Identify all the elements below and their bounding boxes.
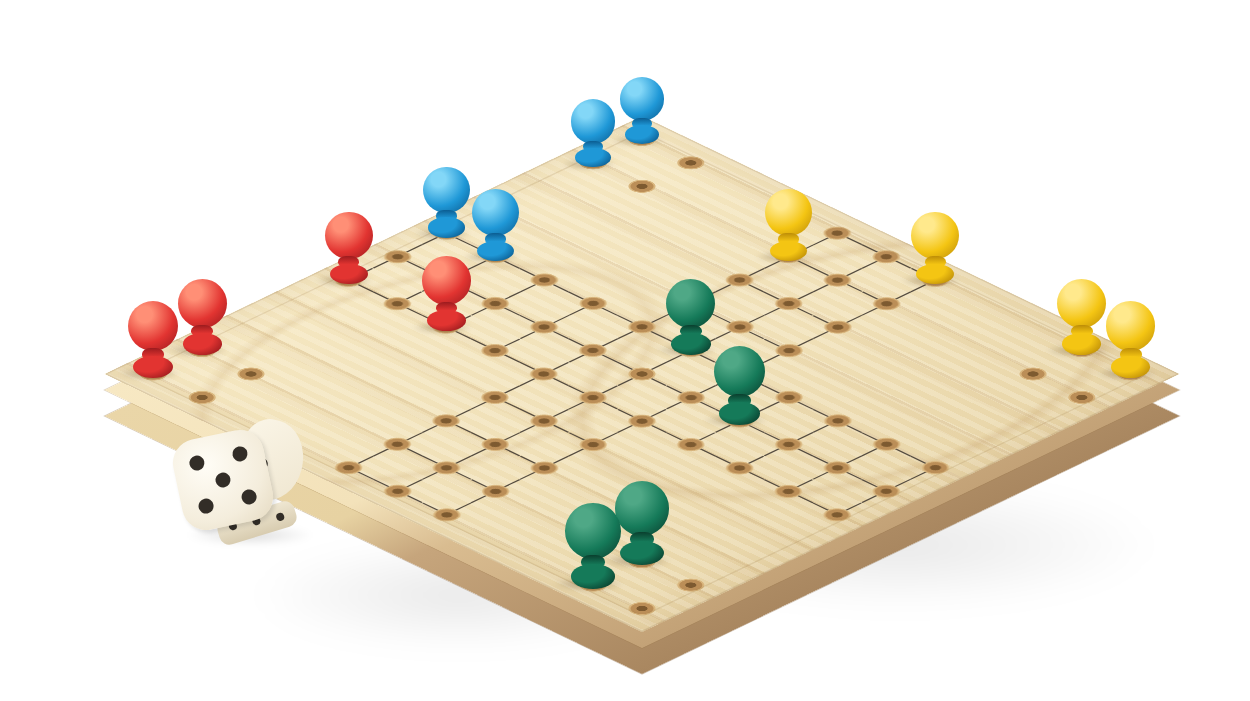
peg-head [178,279,227,328]
peg-base [427,310,466,331]
peg-head [565,503,621,559]
peg-base [719,402,760,424]
peg-head [911,212,958,259]
peg-base [330,264,368,285]
peg-head [423,167,469,213]
peg-yellow[interactable] [911,212,958,289]
die-pip [240,488,258,506]
peg-blue[interactable] [571,99,615,171]
peg-base [1111,356,1151,378]
peg-blue[interactable] [472,189,519,265]
peg-green[interactable] [714,346,765,429]
peg-head [1057,279,1106,328]
peg-red[interactable] [178,279,227,359]
peg-base [1062,333,1101,354]
scene [0,0,1250,701]
peg-head [620,77,664,121]
peg-green[interactable] [666,279,715,359]
peg-base [770,241,807,261]
peg-head [128,301,178,351]
peg-green[interactable] [565,503,621,593]
peg-head [422,256,471,305]
die-pip [275,511,285,521]
peg-base [625,125,660,144]
peg-base [183,333,222,354]
peg-base [671,333,710,354]
peg-blue[interactable] [423,167,469,242]
peg-base [428,217,465,237]
peg-base [571,564,615,588]
peg-green[interactable] [615,481,670,570]
peg-head [571,99,615,143]
die[interactable] [175,420,307,540]
peg-red[interactable] [422,256,471,335]
peg-blue[interactable] [620,77,664,148]
peg-head [472,189,519,236]
die-pip [231,445,249,463]
peg-base [477,241,514,261]
peg-red[interactable] [128,301,178,382]
peg-yellow[interactable] [1057,279,1106,359]
pegs-layer [0,0,1250,701]
peg-yellow[interactable] [765,189,812,265]
peg-red[interactable] [325,212,372,289]
peg-head [615,481,670,536]
die-pip [188,454,206,472]
peg-head [714,346,765,397]
peg-head [325,212,372,259]
peg-base [620,541,664,565]
peg-head [666,279,715,328]
die-pip [197,497,215,515]
die-pip [214,471,232,489]
peg-head [765,189,812,236]
peg-head [1106,301,1156,351]
peg-yellow[interactable] [1106,301,1156,382]
